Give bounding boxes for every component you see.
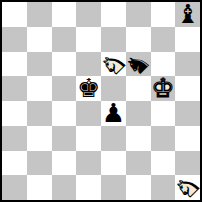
square-g8[interactable] <box>151 2 176 27</box>
square-d5[interactable]: ♚ <box>76 76 101 101</box>
square-g2[interactable] <box>151 151 176 176</box>
square-d3[interactable] <box>76 126 101 151</box>
square-f1[interactable] <box>126 175 151 200</box>
square-g6[interactable] <box>151 52 176 77</box>
square-a8[interactable] <box>2 2 27 27</box>
square-e4[interactable]: ♟ <box>101 101 126 126</box>
square-g5[interactable]: ♚ <box>151 76 176 101</box>
square-c2[interactable] <box>52 151 77 176</box>
square-c4[interactable] <box>52 101 77 126</box>
square-b2[interactable] <box>27 151 52 176</box>
white-king-g5: ♚ <box>151 76 174 101</box>
square-h7[interactable] <box>175 27 200 52</box>
square-d4[interactable] <box>76 101 101 126</box>
square-g7[interactable] <box>151 27 176 52</box>
square-f2[interactable] <box>126 151 151 176</box>
square-e5[interactable] <box>101 76 126 101</box>
square-c5[interactable] <box>52 76 77 101</box>
square-f8[interactable] <box>126 2 151 27</box>
square-d1[interactable] <box>76 175 101 200</box>
square-c3[interactable] <box>52 126 77 151</box>
square-a5[interactable] <box>2 76 27 101</box>
square-b7[interactable] <box>27 27 52 52</box>
square-b1[interactable] <box>27 175 52 200</box>
square-f6[interactable]: ♞ <box>126 52 151 77</box>
square-h1[interactable]: ♞ <box>175 175 200 200</box>
square-f7[interactable] <box>126 27 151 52</box>
square-a2[interactable] <box>2 151 27 176</box>
square-b6[interactable] <box>27 52 52 77</box>
square-e3[interactable] <box>101 126 126 151</box>
square-f3[interactable] <box>126 126 151 151</box>
square-g3[interactable] <box>151 126 176 151</box>
square-g1[interactable] <box>151 175 176 200</box>
square-d6[interactable] <box>76 52 101 77</box>
square-c8[interactable] <box>52 2 77 27</box>
square-b3[interactable] <box>27 126 52 151</box>
square-h5[interactable] <box>175 76 200 101</box>
square-e6[interactable]: ♞ <box>101 52 126 77</box>
square-g4[interactable] <box>151 101 176 126</box>
square-h6[interactable] <box>175 52 200 77</box>
square-f5[interactable] <box>126 76 151 101</box>
black-king-d5: ♚ <box>77 76 100 101</box>
square-d7[interactable] <box>76 27 101 52</box>
square-e8[interactable] <box>101 2 126 27</box>
square-e7[interactable] <box>101 27 126 52</box>
chess-board: ♝♞♞♚♚♟♞ <box>2 2 200 200</box>
square-c6[interactable] <box>52 52 77 77</box>
square-a4[interactable] <box>2 101 27 126</box>
square-a6[interactable] <box>2 52 27 77</box>
square-h2[interactable] <box>175 151 200 176</box>
black-pawn-e4: ♟ <box>102 101 125 126</box>
square-h8[interactable]: ♝ <box>175 2 200 27</box>
square-h4[interactable] <box>175 101 200 126</box>
square-c7[interactable] <box>52 27 77 52</box>
black-bishop-h8: ♝ <box>176 2 199 27</box>
square-c1[interactable] <box>52 175 77 200</box>
square-d8[interactable] <box>76 2 101 27</box>
square-e1[interactable] <box>101 175 126 200</box>
white-knight-h1: ♞ <box>171 171 202 202</box>
square-e2[interactable] <box>101 151 126 176</box>
square-h3[interactable] <box>175 126 200 151</box>
square-f4[interactable] <box>126 101 151 126</box>
square-b8[interactable] <box>27 2 52 27</box>
square-a7[interactable] <box>2 27 27 52</box>
chess-board-frame: ♝♞♞♚♚♟♞ <box>0 0 202 202</box>
square-b5[interactable] <box>27 76 52 101</box>
square-d2[interactable] <box>76 151 101 176</box>
square-b4[interactable] <box>27 101 52 126</box>
square-a1[interactable] <box>2 175 27 200</box>
square-a3[interactable] <box>2 126 27 151</box>
